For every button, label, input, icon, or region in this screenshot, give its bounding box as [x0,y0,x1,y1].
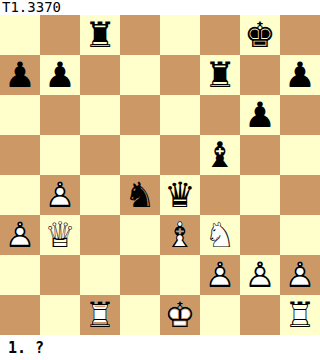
black-rook-f7[interactable]: ♜ [200,55,240,95]
square-f6[interactable] [200,95,240,135]
square-d2[interactable] [120,255,160,295]
black-pawn-b7[interactable]: ♟ [40,55,80,95]
square-e4[interactable]: ♛ [160,175,200,215]
square-a3[interactable]: ♟♙ [0,215,40,255]
white-knight-f3[interactable]: ♞♘ [200,215,240,255]
square-f5[interactable]: ♝ [200,135,240,175]
square-h7[interactable]: ♟ [280,55,320,95]
black-piece-glyph: ♟ [0,55,40,95]
black-pawn-h7[interactable]: ♟ [280,55,320,95]
black-piece-glyph: ♚ [240,15,280,55]
square-b6[interactable] [40,95,80,135]
square-e1[interactable]: ♚♔ [160,295,200,335]
square-e2[interactable] [160,255,200,295]
square-d3[interactable] [120,215,160,255]
square-c1[interactable]: ♜♖ [80,295,120,335]
square-h3[interactable] [280,215,320,255]
black-piece-glyph: ♞ [120,175,160,215]
square-a1[interactable] [0,295,40,335]
white-pawn-h2[interactable]: ♟♙ [280,255,320,295]
black-rook-c8[interactable]: ♜ [80,15,120,55]
black-piece-glyph: ♟ [240,95,280,135]
white-king-e1[interactable]: ♚♔ [160,295,200,335]
square-g4[interactable] [240,175,280,215]
white-pawn-a3[interactable]: ♟♙ [0,215,40,255]
square-f3[interactable]: ♞♘ [200,215,240,255]
white-piece-outline: ♙ [200,255,240,295]
white-piece-outline: ♖ [80,295,120,335]
square-g8[interactable]: ♚ [240,15,280,55]
square-h8[interactable] [280,15,320,55]
square-h4[interactable] [280,175,320,215]
black-piece-glyph: ♟ [40,55,80,95]
square-e5[interactable] [160,135,200,175]
square-b4[interactable]: ♟♙ [40,175,80,215]
square-a7[interactable]: ♟ [0,55,40,95]
white-piece-outline: ♔ [160,295,200,335]
white-queen-b3[interactable]: ♛♕ [40,215,80,255]
black-piece-glyph: ♜ [200,55,240,95]
black-piece-glyph: ♛ [160,175,200,215]
square-c3[interactable] [80,215,120,255]
white-piece-outline: ♙ [240,255,280,295]
square-e6[interactable] [160,95,200,135]
square-f8[interactable] [200,15,240,55]
square-g3[interactable] [240,215,280,255]
square-g7[interactable] [240,55,280,95]
square-d4[interactable]: ♞ [120,175,160,215]
white-pawn-g2[interactable]: ♟♙ [240,255,280,295]
square-f2[interactable]: ♟♙ [200,255,240,295]
white-piece-outline: ♘ [200,215,240,255]
square-f4[interactable] [200,175,240,215]
square-h2[interactable]: ♟♙ [280,255,320,295]
square-d1[interactable] [120,295,160,335]
square-a2[interactable] [0,255,40,295]
square-e8[interactable] [160,15,200,55]
black-king-g8[interactable]: ♚ [240,15,280,55]
square-f7[interactable]: ♜ [200,55,240,95]
square-c8[interactable]: ♜ [80,15,120,55]
square-b8[interactable] [40,15,80,55]
black-bishop-f5[interactable]: ♝ [200,135,240,175]
white-pawn-b4[interactable]: ♟♙ [40,175,80,215]
black-piece-glyph: ♜ [80,15,120,55]
square-b7[interactable]: ♟ [40,55,80,95]
square-g5[interactable] [240,135,280,175]
square-d5[interactable] [120,135,160,175]
white-piece-outline: ♕ [40,215,80,255]
move-prompt: 1. ? [0,335,320,360]
square-b1[interactable] [40,295,80,335]
square-h5[interactable] [280,135,320,175]
white-piece-outline: ♖ [280,295,320,335]
square-e3[interactable]: ♝♗ [160,215,200,255]
black-queen-e4[interactable]: ♛ [160,175,200,215]
white-piece-outline: ♗ [160,215,200,255]
square-f1[interactable] [200,295,240,335]
square-h6[interactable] [280,95,320,135]
square-d6[interactable] [120,95,160,135]
square-c5[interactable] [80,135,120,175]
square-c7[interactable] [80,55,120,95]
square-g1[interactable] [240,295,280,335]
white-piece-outline: ♙ [40,175,80,215]
square-d7[interactable] [120,55,160,95]
square-a6[interactable] [0,95,40,135]
black-knight-d4[interactable]: ♞ [120,175,160,215]
black-piece-glyph: ♝ [200,135,240,175]
black-pawn-a7[interactable]: ♟ [0,55,40,95]
square-a8[interactable] [0,15,40,55]
square-b3[interactable]: ♛♕ [40,215,80,255]
diagram-title: T1.3370 [0,0,320,15]
square-c2[interactable] [80,255,120,295]
square-g2[interactable]: ♟♙ [240,255,280,295]
chess-board: ♜♚♟♟♜♟♟♝♟♙♞♛♟♙♛♕♝♗♞♘♟♙♟♙♟♙♜♖♚♔♜♖ [0,15,320,335]
square-h1[interactable]: ♜♖ [280,295,320,335]
white-bishop-e3[interactable]: ♝♗ [160,215,200,255]
square-b5[interactable] [40,135,80,175]
white-pawn-f2[interactable]: ♟♙ [200,255,240,295]
white-rook-h1[interactable]: ♜♖ [280,295,320,335]
square-a4[interactable] [0,175,40,215]
white-rook-c1[interactable]: ♜♖ [80,295,120,335]
square-g6[interactable]: ♟ [240,95,280,135]
black-piece-glyph: ♟ [280,55,320,95]
square-d8[interactable] [120,15,160,55]
white-piece-outline: ♙ [0,215,40,255]
square-c4[interactable] [80,175,120,215]
square-e7[interactable] [160,55,200,95]
black-pawn-g6[interactable]: ♟ [240,95,280,135]
white-piece-outline: ♙ [280,255,320,295]
square-c6[interactable] [80,95,120,135]
square-b2[interactable] [40,255,80,295]
square-a5[interactable] [0,135,40,175]
